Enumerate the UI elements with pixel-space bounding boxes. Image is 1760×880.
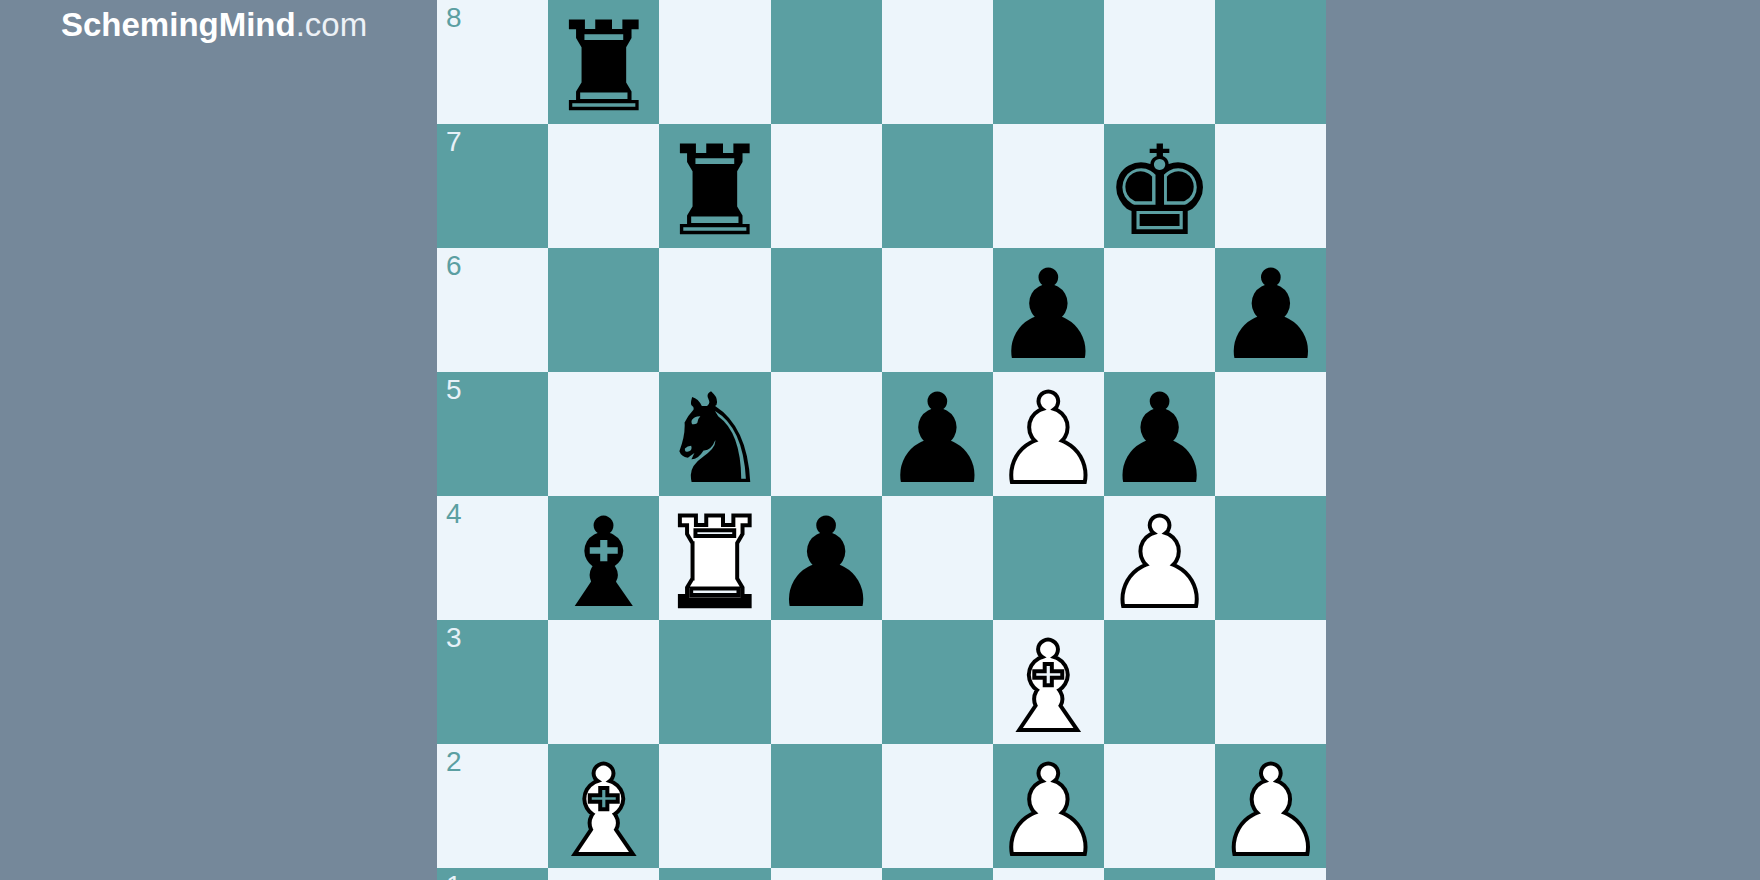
square-h5[interactable] — [1215, 372, 1326, 496]
square-g6[interactable] — [1104, 248, 1215, 372]
piece-white-pawn[interactable]: ♟ — [1215, 749, 1326, 873]
piece-white-king[interactable]: ♚ — [993, 873, 1104, 880]
square-c6[interactable] — [659, 248, 770, 372]
square-c2[interactable] — [659, 744, 770, 868]
square-a4[interactable]: 4 — [437, 496, 548, 620]
square-g5[interactable]: ♟ — [1104, 372, 1215, 496]
chess-board: 8♜7♜♚6♟♟5♞♟♟♟4♝♜♟♟3♝2♝♟♟1a♜bcdef♚gh — [437, 0, 1320, 880]
square-g4[interactable]: ♟ — [1104, 496, 1215, 620]
page: SchemingMind.com 8♜7♜♚6♟♟5♞♟♟♟4♝♜♟♟3♝2♝♟… — [0, 0, 1760, 880]
piece-black-king[interactable]: ♚ — [1104, 129, 1215, 253]
square-e1[interactable]: e — [882, 868, 993, 880]
square-h8[interactable] — [1215, 0, 1326, 124]
square-b2[interactable]: ♝ — [548, 744, 659, 868]
square-c5[interactable]: ♞ — [659, 372, 770, 496]
square-d8[interactable] — [771, 0, 882, 124]
square-f7[interactable] — [993, 124, 1104, 248]
square-h7[interactable] — [1215, 124, 1326, 248]
square-d4[interactable]: ♟ — [771, 496, 882, 620]
square-d6[interactable] — [771, 248, 882, 372]
square-b8[interactable]: ♜ — [548, 0, 659, 124]
piece-white-pawn[interactable]: ♟ — [993, 377, 1104, 501]
square-a8[interactable]: 8 — [437, 0, 548, 124]
piece-black-bishop[interactable]: ♝ — [548, 501, 659, 625]
square-e6[interactable] — [882, 248, 993, 372]
square-e8[interactable] — [882, 0, 993, 124]
piece-white-rook[interactable]: ♜ — [437, 873, 548, 880]
piece-black-pawn[interactable]: ♟ — [1215, 253, 1326, 377]
coord-rank-8: 8 — [446, 4, 462, 32]
piece-white-pawn[interactable]: ♟ — [993, 749, 1104, 873]
square-b7[interactable] — [548, 124, 659, 248]
site-logo-brand: SchemingMind — [61, 6, 296, 43]
piece-white-pawn[interactable]: ♟ — [1104, 501, 1215, 625]
square-f1[interactable]: f♚ — [993, 868, 1104, 880]
square-f2[interactable]: ♟ — [993, 744, 1104, 868]
piece-black-rook[interactable]: ♜ — [548, 5, 659, 129]
square-c7[interactable]: ♜ — [659, 124, 770, 248]
square-d5[interactable] — [771, 372, 882, 496]
piece-white-bishop[interactable]: ♝ — [548, 749, 659, 873]
square-f4[interactable] — [993, 496, 1104, 620]
coord-rank-6: 6 — [446, 252, 462, 280]
square-c8[interactable] — [659, 0, 770, 124]
coord-rank-7: 7 — [446, 128, 462, 156]
piece-black-pawn[interactable]: ♟ — [1104, 377, 1215, 501]
square-e2[interactable] — [882, 744, 993, 868]
square-h4[interactable] — [1215, 496, 1326, 620]
square-d7[interactable] — [771, 124, 882, 248]
square-d1[interactable]: d — [771, 868, 882, 880]
piece-black-rook[interactable]: ♜ — [659, 129, 770, 253]
square-a1[interactable]: 1a♜ — [437, 868, 548, 880]
square-b3[interactable] — [548, 620, 659, 744]
square-e7[interactable] — [882, 124, 993, 248]
square-c4[interactable]: ♜ — [659, 496, 770, 620]
square-b4[interactable]: ♝ — [548, 496, 659, 620]
square-a3[interactable]: 3 — [437, 620, 548, 744]
coord-rank-5: 5 — [446, 376, 462, 404]
square-a2[interactable]: 2 — [437, 744, 548, 868]
site-logo[interactable]: SchemingMind.com — [61, 6, 367, 44]
square-d3[interactable] — [771, 620, 882, 744]
square-g8[interactable] — [1104, 0, 1215, 124]
square-b6[interactable] — [548, 248, 659, 372]
piece-black-pawn[interactable]: ♟ — [993, 253, 1104, 377]
square-g3[interactable] — [1104, 620, 1215, 744]
piece-white-bishop[interactable]: ♝ — [993, 625, 1104, 749]
square-a6[interactable]: 6 — [437, 248, 548, 372]
square-b5[interactable] — [548, 372, 659, 496]
square-d2[interactable] — [771, 744, 882, 868]
square-h3[interactable] — [1215, 620, 1326, 744]
square-f5[interactable]: ♟ — [993, 372, 1104, 496]
square-h6[interactable]: ♟ — [1215, 248, 1326, 372]
square-a7[interactable]: 7 — [437, 124, 548, 248]
square-g2[interactable] — [1104, 744, 1215, 868]
square-f3[interactable]: ♝ — [993, 620, 1104, 744]
square-c1[interactable]: c — [659, 868, 770, 880]
piece-black-pawn[interactable]: ♟ — [771, 501, 882, 625]
square-a5[interactable]: 5 — [437, 372, 548, 496]
coord-rank-2: 2 — [446, 748, 462, 776]
square-c3[interactable] — [659, 620, 770, 744]
square-g1[interactable]: g — [1104, 868, 1215, 880]
square-e5[interactable]: ♟ — [882, 372, 993, 496]
square-g7[interactable]: ♚ — [1104, 124, 1215, 248]
coord-rank-3: 3 — [446, 624, 462, 652]
piece-black-knight[interactable]: ♞ — [659, 377, 770, 501]
square-e4[interactable] — [882, 496, 993, 620]
site-logo-suffix: .com — [296, 6, 368, 43]
coord-rank-4: 4 — [446, 500, 462, 528]
piece-black-pawn[interactable]: ♟ — [882, 377, 993, 501]
square-f8[interactable] — [993, 0, 1104, 124]
square-e3[interactable] — [882, 620, 993, 744]
piece-white-rook[interactable]: ♜ — [659, 501, 770, 625]
square-h2[interactable]: ♟ — [1215, 744, 1326, 868]
square-f6[interactable]: ♟ — [993, 248, 1104, 372]
